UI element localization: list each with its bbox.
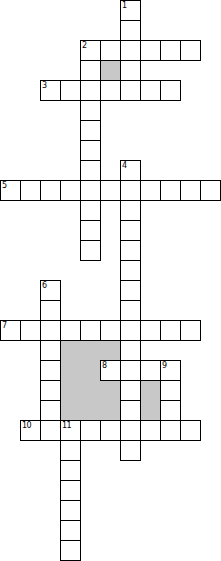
clue-number: 1	[122, 1, 127, 10]
grid-cell[interactable]: 2	[80, 40, 101, 61]
grid-cell[interactable]	[120, 400, 141, 421]
grid-cell[interactable]	[140, 80, 161, 101]
grid-cell[interactable]	[40, 180, 61, 201]
grid-cell[interactable]	[160, 380, 181, 401]
grid-cell[interactable]	[140, 180, 161, 201]
grid-cell[interactable]	[120, 300, 141, 321]
grid-cell[interactable]	[60, 520, 81, 541]
shaded-cell	[60, 400, 81, 421]
grid-cell[interactable]: 10	[20, 420, 41, 441]
grid-cell[interactable]	[120, 380, 141, 401]
grid-cell[interactable]	[100, 80, 121, 101]
grid-cell[interactable]	[80, 200, 101, 221]
grid-cell[interactable]	[180, 180, 201, 201]
grid-cell[interactable]	[120, 80, 141, 101]
shaded-cell	[60, 340, 81, 361]
shaded-cell	[80, 400, 101, 421]
grid-cell[interactable]	[60, 460, 81, 481]
shaded-cell	[140, 400, 161, 421]
shaded-cell	[100, 340, 121, 361]
grid-cell[interactable]	[100, 180, 121, 201]
grid-cell[interactable]	[100, 320, 121, 341]
grid-cell[interactable]	[20, 180, 41, 201]
shaded-cell	[80, 380, 101, 401]
grid-cell[interactable]	[80, 120, 101, 141]
crossword-board: 1234567891011	[0, 0, 221, 561]
grid-cell[interactable]	[120, 260, 141, 281]
grid-cell[interactable]	[40, 320, 61, 341]
grid-cell[interactable]: 6	[40, 280, 61, 301]
shaded-cell	[60, 380, 81, 401]
grid-cell[interactable]	[120, 180, 141, 201]
grid-cell[interactable]	[120, 320, 141, 341]
grid-cell[interactable]	[120, 40, 141, 61]
grid-cell[interactable]	[140, 40, 161, 61]
grid-cell[interactable]	[80, 80, 101, 101]
grid-cell[interactable]	[80, 240, 101, 261]
shaded-cell	[140, 380, 161, 401]
grid-cell[interactable]	[120, 20, 141, 41]
grid-cell[interactable]	[60, 320, 81, 341]
grid-cell[interactable]	[40, 340, 61, 361]
grid-cell[interactable]: 4	[120, 160, 141, 181]
grid-cell[interactable]	[40, 400, 61, 421]
grid-cell[interactable]: 8	[100, 360, 121, 381]
grid-cell[interactable]	[120, 60, 141, 81]
grid-cell[interactable]	[40, 300, 61, 321]
grid-cell[interactable]: 7	[0, 320, 21, 341]
clue-number: 8	[102, 361, 107, 370]
clue-number: 9	[162, 361, 167, 370]
shaded-cell	[60, 360, 81, 381]
clue-number: 6	[42, 281, 47, 290]
grid-cell[interactable]	[40, 360, 61, 381]
grid-cell[interactable]	[60, 180, 81, 201]
grid-cell[interactable]	[120, 340, 141, 361]
grid-cell[interactable]	[40, 380, 61, 401]
grid-cell[interactable]	[160, 40, 181, 61]
clue-number: 4	[122, 161, 127, 170]
grid-cell[interactable]: 3	[40, 80, 61, 101]
grid-cell[interactable]: 11	[60, 420, 81, 441]
grid-cell[interactable]	[60, 540, 81, 561]
grid-cell[interactable]	[140, 360, 161, 381]
grid-cell[interactable]	[180, 420, 201, 441]
clue-number: 10	[22, 421, 31, 430]
grid-cell[interactable]	[160, 320, 181, 341]
grid-cell[interactable]	[80, 220, 101, 241]
shaded-cell	[100, 380, 121, 401]
clue-number: 7	[2, 321, 7, 330]
grid-cell[interactable]	[120, 420, 141, 441]
grid-cell[interactable]	[60, 500, 81, 521]
grid-cell[interactable]	[160, 420, 181, 441]
grid-cell[interactable]	[160, 80, 181, 101]
grid-cell[interactable]	[100, 40, 121, 61]
grid-cell[interactable]	[60, 480, 81, 501]
grid-cell[interactable]	[80, 140, 101, 161]
clue-number: 5	[2, 181, 7, 190]
grid-cell[interactable]	[80, 60, 101, 81]
grid-cell[interactable]	[120, 280, 141, 301]
grid-cell[interactable]	[140, 320, 161, 341]
grid-cell[interactable]	[80, 180, 101, 201]
clue-number: 3	[42, 81, 47, 90]
grid-cell[interactable]	[180, 320, 201, 341]
grid-cell[interactable]	[100, 420, 121, 441]
grid-cell[interactable]	[120, 360, 141, 381]
grid-cell[interactable]	[120, 220, 141, 241]
grid-cell[interactable]	[80, 320, 101, 341]
clue-number: 2	[82, 41, 87, 50]
grid-cell[interactable]: 5	[0, 180, 21, 201]
grid-cell[interactable]	[140, 420, 161, 441]
shaded-cell	[80, 340, 101, 361]
grid-cell[interactable]	[120, 200, 141, 221]
grid-cell[interactable]	[160, 180, 181, 201]
grid-cell[interactable]	[80, 420, 101, 441]
clue-number: 11	[62, 421, 71, 430]
grid-cell[interactable]	[120, 440, 141, 461]
shaded-cell	[80, 360, 101, 381]
grid-cell[interactable]	[120, 240, 141, 261]
grid-cell[interactable]	[60, 440, 81, 461]
grid-cell[interactable]: 9	[160, 360, 181, 381]
grid-cell[interactable]	[80, 100, 101, 121]
grid-cell[interactable]	[60, 80, 81, 101]
grid-cell[interactable]	[40, 420, 61, 441]
grid-cell[interactable]: 1	[120, 0, 141, 21]
grid-cell[interactable]	[200, 180, 221, 201]
shaded-cell	[100, 400, 121, 421]
grid-cell[interactable]	[80, 160, 101, 181]
grid-cell[interactable]	[160, 400, 181, 421]
grid-cell[interactable]	[180, 40, 201, 61]
grid-cell[interactable]	[20, 320, 41, 341]
shaded-cell	[100, 60, 121, 81]
